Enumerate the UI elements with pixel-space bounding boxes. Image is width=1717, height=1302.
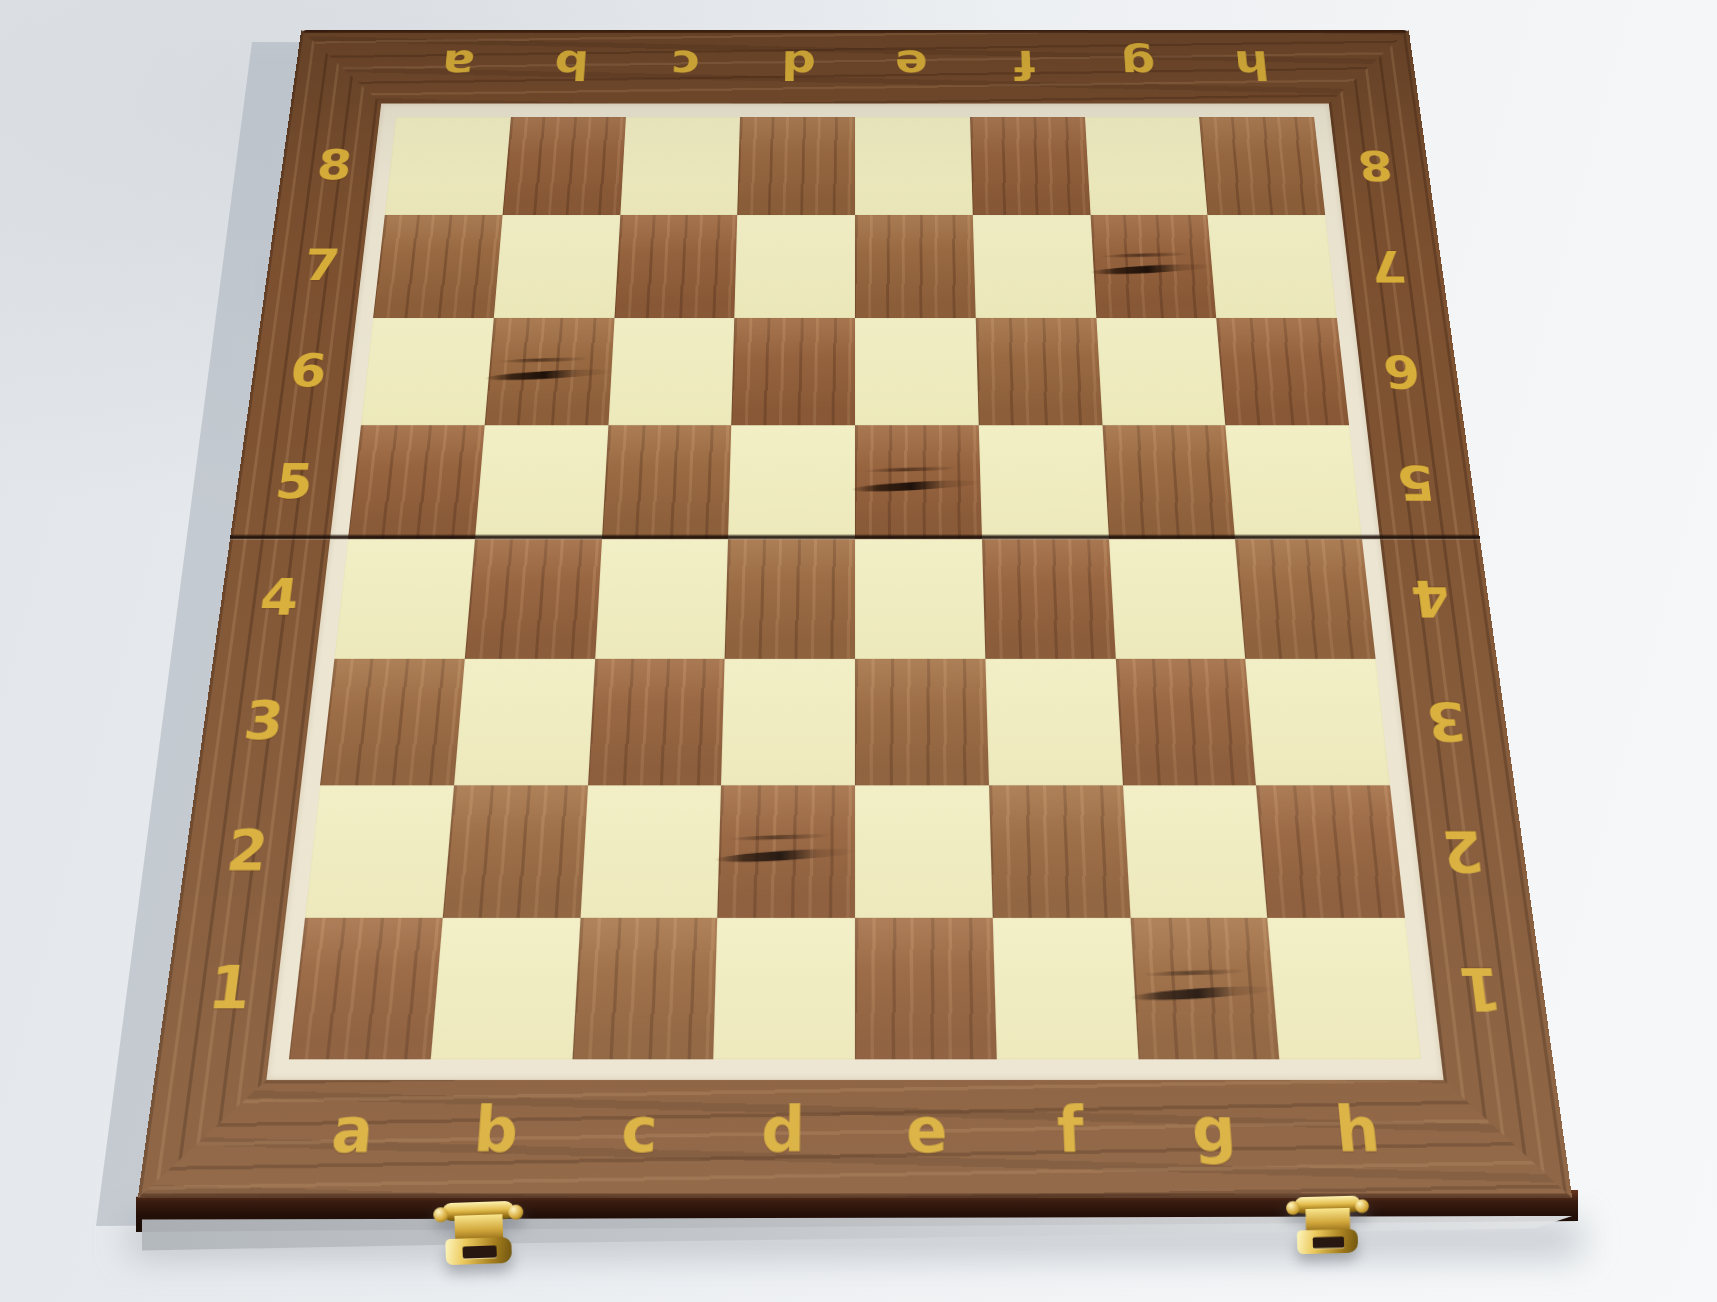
file-label-top-g: g [1120,44,1157,84]
square-a4[interactable] [334,539,474,659]
square-g8[interactable] [1085,117,1208,215]
file-label-top-f: f [1014,44,1037,84]
rank-label-left-3: 3 [241,694,287,748]
square-c6[interactable] [608,318,735,426]
square-b3[interactable] [454,659,595,785]
square-e6[interactable] [855,318,979,426]
file-label-top-c: c [670,44,700,84]
square-g4[interactable] [1109,539,1246,659]
brass-clasp-right [1283,1195,1373,1254]
file-label-bottom-h: h [1333,1099,1383,1163]
square-b2[interactable] [442,785,587,918]
file-label-top-b: b [553,44,590,84]
square-d5[interactable] [728,425,855,539]
rank-label-left-2: 2 [224,822,271,879]
square-f1[interactable] [993,918,1139,1059]
file-label-top-e: e [895,44,928,84]
square-e5[interactable] [855,425,982,539]
square-b6[interactable] [484,318,614,426]
file-label-bottom-a: a [329,1099,377,1163]
square-a1[interactable] [289,918,443,1059]
square-a5[interactable] [348,425,484,539]
square-g5[interactable] [1102,425,1235,539]
square-a2[interactable] [305,785,454,918]
square-e2[interactable] [855,785,993,918]
square-c7[interactable] [614,215,737,318]
square-d2[interactable] [717,785,855,918]
square-e4[interactable] [855,539,985,659]
square-c1[interactable] [572,918,718,1059]
square-h8[interactable] [1199,117,1325,215]
square-c4[interactable] [595,539,729,659]
square-a7[interactable] [373,215,502,318]
rank-label-right-1: 1 [1456,958,1505,1018]
square-f4[interactable] [982,539,1116,659]
square-c2[interactable] [580,785,721,918]
squares-grid [289,117,1421,1059]
square-h7[interactable] [1208,215,1337,318]
rank-label-left-5: 5 [273,457,316,505]
rank-label-right-4: 4 [1408,573,1453,624]
square-b4[interactable] [465,539,602,659]
square-g6[interactable] [1096,318,1226,426]
file-label-top-a: a [440,44,477,84]
square-b8[interactable] [502,117,625,215]
square-e8[interactable] [855,117,973,215]
clasp-bail [445,1237,512,1265]
clasp-bail [1297,1229,1358,1255]
file-label-top-d: d [781,44,816,84]
rank-label-left-8: 8 [315,145,355,187]
square-a6[interactable] [361,318,494,426]
square-c8[interactable] [620,117,740,215]
square-b1[interactable] [430,918,580,1059]
square-a8[interactable] [385,117,511,215]
file-label-bottom-f: f [1056,1099,1085,1163]
square-g1[interactable] [1130,918,1280,1059]
rank-label-right-3: 3 [1423,694,1469,748]
square-e1[interactable] [855,918,997,1059]
square-g3[interactable] [1115,659,1256,785]
square-h4[interactable] [1235,539,1375,659]
file-label-bottom-b: b [472,1099,520,1163]
square-h1[interactable] [1268,918,1422,1059]
square-d4[interactable] [725,539,855,659]
square-d7[interactable] [735,215,855,318]
chess-board: aabbccddeeffgghh8877665544332211 [138,30,1573,1198]
square-a3[interactable] [320,659,464,785]
rank-label-right-6: 6 [1381,348,1423,394]
rank-label-left-4: 4 [257,573,302,624]
square-f5[interactable] [979,425,1109,539]
square-c3[interactable] [588,659,725,785]
square-h6[interactable] [1216,318,1349,426]
rank-label-right-5: 5 [1394,457,1437,505]
square-b5[interactable] [475,425,608,539]
square-g2[interactable] [1122,785,1267,918]
square-c5[interactable] [602,425,732,539]
brass-clasp-left [430,1200,528,1265]
square-b7[interactable] [494,215,620,318]
square-h5[interactable] [1226,425,1362,539]
rank-label-left-7: 7 [301,244,342,288]
rank-label-right-2: 2 [1439,822,1486,879]
file-label-bottom-e: e [906,1099,948,1163]
square-e3[interactable] [855,659,989,785]
file-label-bottom-d: d [761,1099,806,1163]
photo-background: aabbccddeeffgghh8877665544332211 [0,0,1717,1302]
square-h3[interactable] [1245,659,1389,785]
square-d8[interactable] [737,117,855,215]
square-f3[interactable] [985,659,1122,785]
square-d6[interactable] [731,318,855,426]
file-label-top-h: h [1232,44,1270,84]
file-label-bottom-g: g [1190,1099,1238,1163]
fold-seam [230,534,1480,540]
square-d1[interactable] [713,918,855,1059]
rank-label-left-6: 6 [287,348,329,394]
square-f2[interactable] [989,785,1130,918]
square-e7[interactable] [855,215,975,318]
rank-label-right-7: 7 [1368,244,1409,288]
rank-label-right-8: 8 [1356,145,1396,187]
square-f8[interactable] [970,117,1090,215]
square-f6[interactable] [975,318,1102,426]
rank-label-left-1: 1 [205,958,254,1018]
square-d3[interactable] [721,659,855,785]
square-h2[interactable] [1256,785,1405,918]
square-g7[interactable] [1090,215,1216,318]
square-f7[interactable] [973,215,1096,318]
file-label-bottom-c: c [620,1099,659,1163]
